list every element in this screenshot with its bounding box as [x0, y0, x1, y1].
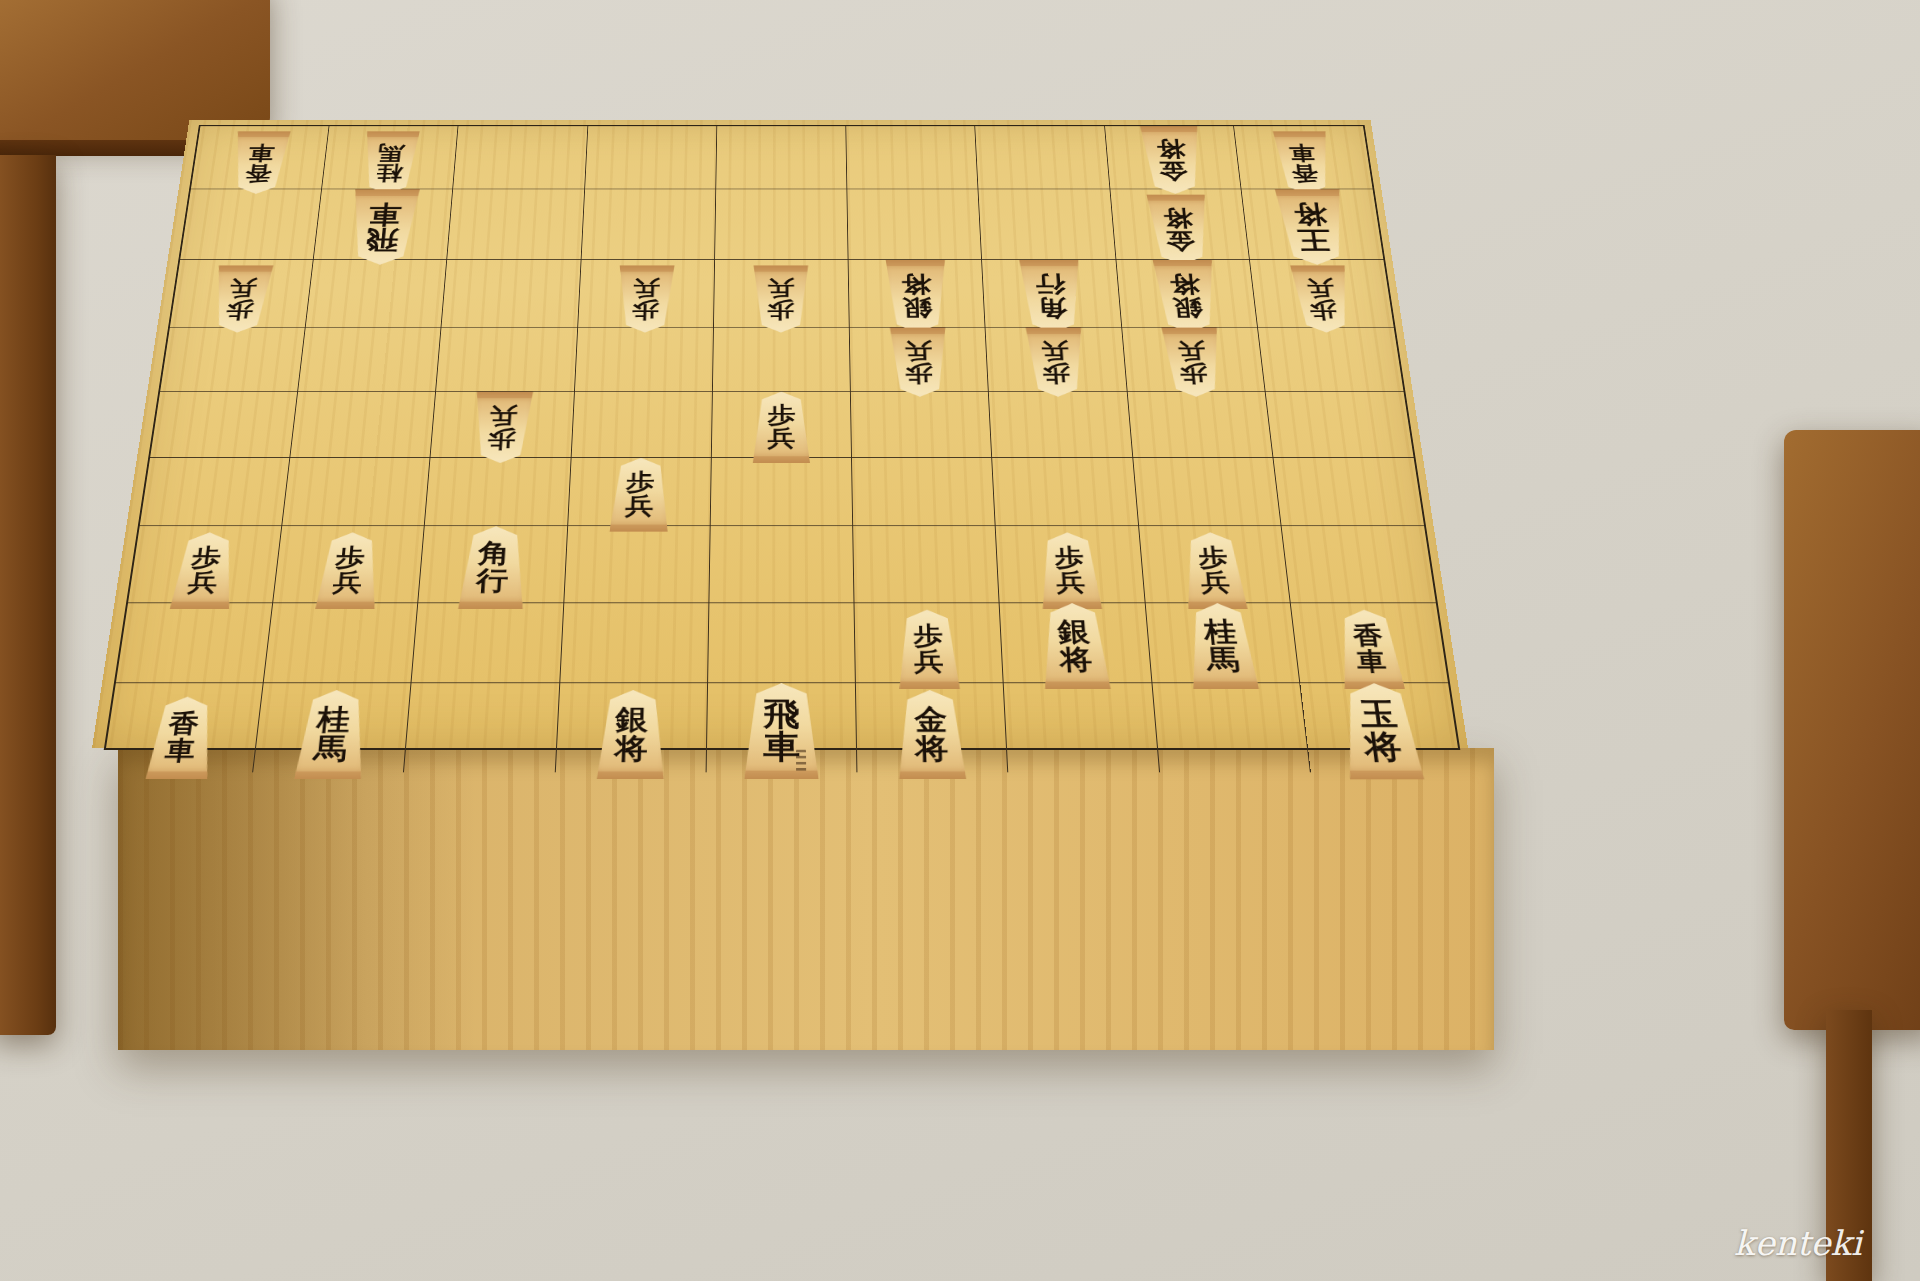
square-4c[interactable]: 銀将 — [849, 260, 986, 328]
square-8d[interactable] — [298, 328, 442, 392]
square-6a[interactable] — [585, 126, 717, 189]
piece-kanji-top: 銀 — [1171, 296, 1203, 320]
square-1h[interactable]: 香車 — [1291, 603, 1449, 683]
piece-kanji-top: 香 — [1351, 624, 1384, 649]
piece-kanji-top: 飛 — [763, 699, 800, 731]
piece-kanji-bottom: 兵 — [1041, 340, 1070, 362]
square-9d[interactable] — [160, 328, 306, 392]
piece-kanji-bottom: 馬 — [313, 734, 349, 763]
piece-歩兵-6f-sente[interactable]: 歩兵 — [606, 458, 673, 532]
piece-kanji-top: 金 — [1158, 160, 1189, 182]
square-7f[interactable] — [425, 458, 571, 526]
piece-kanji-top: 歩 — [1042, 362, 1071, 384]
square-5a[interactable] — [716, 126, 847, 189]
piece-kanji-bottom: 車 — [367, 201, 402, 226]
piece-歩兵-4h-sente[interactable]: 歩兵 — [894, 610, 963, 689]
photographer-watermark: kenteki — [1734, 1223, 1862, 1263]
piece-kanji-top: 桂 — [375, 162, 403, 182]
square-3a[interactable] — [975, 126, 1110, 189]
square-7b[interactable] — [448, 189, 585, 260]
piece-kanji-top: 香 — [244, 162, 273, 182]
square-7a[interactable] — [453, 126, 587, 189]
piece-歩兵-2d-gote[interactable]: 歩兵 — [1159, 328, 1228, 397]
piece-kanji-top: 香 — [167, 711, 200, 737]
square-1a[interactable]: 香車 — [1234, 126, 1373, 189]
piece-kanji-bottom: 兵 — [187, 570, 219, 595]
square-2f[interactable] — [1133, 458, 1282, 526]
piece-kanji-top: 歩 — [626, 471, 655, 494]
square-6e[interactable] — [571, 392, 712, 458]
piece-歩兵-1c-gote[interactable]: 歩兵 — [1287, 265, 1357, 332]
square-3g[interactable]: 歩兵 — [996, 526, 1145, 603]
piece-kanji-bottom: 車 — [247, 143, 276, 163]
piece-飛車-8b-gote[interactable]: 飛車 — [343, 189, 423, 264]
square-7i[interactable] — [404, 683, 560, 772]
piece-kanji-top: 銀 — [901, 296, 932, 320]
piece-kanji-top: 歩 — [913, 624, 943, 649]
piece-香車-9a-gote[interactable]: 香車 — [226, 131, 293, 194]
piece-香車-1h-sente[interactable]: 香車 — [1331, 610, 1408, 689]
square-8g[interactable]: 歩兵 — [273, 526, 425, 603]
square-1b[interactable]: 王将 — [1241, 189, 1383, 260]
square-5i[interactable]: 飛車 — [706, 683, 857, 772]
square-6d[interactable] — [575, 328, 714, 392]
piece-歩兵-3g-sente[interactable]: 歩兵 — [1035, 532, 1105, 609]
square-4a[interactable] — [846, 126, 978, 189]
piece-kanji-bottom: 車 — [1355, 649, 1388, 674]
square-5e[interactable]: 歩兵 — [712, 392, 852, 458]
piece-kanji-top: 歩 — [1179, 362, 1209, 384]
piece-kanji-top: 歩 — [1308, 299, 1338, 320]
piece-歩兵-4d-gote[interactable]: 歩兵 — [887, 328, 951, 397]
square-6b[interactable] — [581, 189, 716, 260]
piece-歩兵-5e-sente[interactable]: 歩兵 — [750, 392, 814, 463]
piece-kanji-top: 歩 — [190, 546, 222, 570]
piece-kanji-bottom: 将 — [1169, 273, 1201, 296]
square-5b[interactable] — [715, 189, 849, 260]
square-2i[interactable] — [1152, 683, 1311, 772]
square-4e[interactable] — [851, 392, 993, 458]
square-1f[interactable] — [1273, 458, 1424, 526]
piece-kanji-bottom: 馬 — [1206, 646, 1241, 674]
piece-kanji-bottom: 将 — [1292, 201, 1328, 226]
piece-kanji-bottom: 車 — [163, 738, 197, 764]
square-6g[interactable] — [564, 526, 711, 603]
piece-kanji-bottom: 車 — [763, 731, 800, 764]
square-5c[interactable]: 歩兵 — [714, 260, 850, 328]
piece-kanji-top: 飛 — [365, 227, 400, 253]
square-9e[interactable] — [150, 392, 298, 458]
piece-kanji-bottom: 将 — [1362, 731, 1403, 764]
piece-歩兵-7e-gote[interactable]: 歩兵 — [468, 392, 536, 463]
piece-kanji-top: 桂 — [316, 705, 352, 734]
piece-玉将-1i-sente[interactable]: 玉将 — [1334, 683, 1429, 779]
piece-金将-2b-gote[interactable]: 金将 — [1143, 195, 1216, 265]
square-4d[interactable]: 歩兵 — [850, 328, 989, 392]
piece-kanji-bottom: 将 — [614, 734, 648, 763]
piece-kanji-bottom: 将 — [1163, 207, 1194, 230]
square-9g[interactable]: 歩兵 — [128, 526, 282, 603]
piece-kanji-top: 玉 — [1358, 699, 1399, 731]
square-4b[interactable] — [847, 189, 982, 260]
piece-銀将-3h-sente[interactable]: 銀将 — [1036, 603, 1114, 689]
square-1d[interactable] — [1258, 328, 1404, 392]
maker-signature — [796, 750, 806, 773]
piece-kanji-top: 角 — [1036, 296, 1067, 320]
piece-王将-1b-gote[interactable]: 王将 — [1271, 189, 1354, 264]
square-8h[interactable] — [264, 603, 419, 683]
square-7c[interactable] — [442, 260, 581, 328]
square-2b[interactable]: 金将 — [1110, 189, 1250, 260]
board-grid: 香車桂馬金将香車飛車金将王将歩兵歩兵歩兵銀将角行銀将歩兵歩兵歩兵歩兵歩兵歩兵歩兵… — [104, 125, 1461, 750]
square-9i[interactable]: 香車 — [102, 683, 264, 772]
square-2c[interactable]: 銀将 — [1116, 260, 1258, 328]
piece-歩兵-9c-gote[interactable]: 歩兵 — [206, 265, 276, 332]
square-2g[interactable]: 歩兵 — [1139, 526, 1291, 603]
square-3e[interactable] — [989, 392, 1133, 458]
piece-kanji-top: 歩 — [905, 362, 933, 384]
square-2d[interactable]: 歩兵 — [1122, 328, 1266, 392]
piece-kanji-bottom: 将 — [915, 734, 949, 763]
piece-kanji-bottom: 馬 — [377, 143, 405, 163]
piece-金将-4i-sente[interactable]: 金将 — [893, 690, 970, 779]
right-side-table — [1784, 430, 1920, 1030]
piece-kanji-top: 桂 — [1203, 618, 1238, 646]
piece-kanji-top: 歩 — [487, 427, 516, 450]
square-8f[interactable] — [282, 458, 430, 526]
piece-kanji-bottom: 兵 — [1177, 340, 1207, 362]
piece-金将-2a-gote[interactable]: 金将 — [1137, 126, 1208, 194]
square-2e[interactable] — [1127, 392, 1273, 458]
square-1i[interactable]: 玉将 — [1300, 683, 1462, 772]
piece-kanji-top: 金 — [914, 705, 948, 734]
piece-香車-9i-sente[interactable]: 香車 — [142, 697, 221, 780]
piece-kanji-bottom: 車 — [1288, 143, 1317, 163]
piece-角行-3c-gote[interactable]: 角行 — [1016, 260, 1087, 333]
square-7d[interactable] — [436, 328, 577, 392]
piece-飛車-5i-sente[interactable]: 飛車 — [740, 683, 823, 779]
square-1e[interactable] — [1265, 392, 1413, 458]
square-1c[interactable]: 歩兵 — [1250, 260, 1394, 328]
piece-kanji-bottom: 兵 — [1306, 277, 1336, 298]
piece-歩兵-2g-sente[interactable]: 歩兵 — [1178, 532, 1251, 609]
square-2h[interactable]: 桂馬 — [1145, 603, 1300, 683]
square-8a[interactable]: 桂馬 — [322, 126, 459, 189]
square-4f[interactable] — [852, 458, 996, 526]
square-3f[interactable] — [992, 458, 1138, 526]
square-3i[interactable] — [1004, 683, 1160, 772]
piece-kanji-top: 銀 — [1057, 618, 1091, 646]
piece-kanji-bottom: 将 — [901, 273, 931, 296]
piece-歩兵-5c-gote[interactable]: 歩兵 — [751, 265, 813, 332]
square-9h[interactable] — [116, 603, 273, 683]
shogi-board[interactable]: 香車桂馬金将香車飛車金将王将歩兵歩兵歩兵銀将角行銀将歩兵歩兵歩兵歩兵歩兵歩兵歩兵… — [92, 120, 1468, 748]
piece-kanji-top: 歩 — [768, 299, 795, 320]
board-side-face — [118, 748, 1494, 1050]
square-6f[interactable]: 歩兵 — [568, 458, 712, 526]
piece-桂馬-2h-sente[interactable]: 桂馬 — [1182, 603, 1263, 689]
square-3h[interactable]: 銀将 — [1000, 603, 1152, 683]
piece-銀将-2c-gote[interactable]: 銀将 — [1149, 260, 1223, 333]
square-6i[interactable]: 銀将 — [555, 683, 708, 772]
piece-銀将-4c-gote[interactable]: 銀将 — [882, 260, 951, 333]
square-9c[interactable]: 歩兵 — [170, 260, 314, 328]
piece-kanji-bottom: 兵 — [1200, 570, 1231, 595]
square-9f[interactable] — [140, 458, 291, 526]
square-2a[interactable]: 金将 — [1105, 126, 1242, 189]
piece-kanji-bottom: 行 — [475, 567, 509, 594]
piece-kanji-bottom: 兵 — [625, 494, 654, 518]
piece-kanji-top: 歩 — [225, 299, 255, 320]
piece-kanji-top: 歩 — [334, 546, 365, 570]
piece-kanji-bottom: 兵 — [914, 649, 944, 674]
square-4i[interactable]: 金将 — [856, 683, 1009, 772]
square-8c[interactable] — [306, 260, 448, 328]
square-9b[interactable] — [180, 189, 322, 260]
piece-kanji-bottom: 兵 — [332, 570, 363, 595]
square-7g[interactable]: 角行 — [419, 526, 568, 603]
piece-kanji-bottom: 将 — [1156, 138, 1187, 160]
piece-kanji-top: 歩 — [632, 299, 660, 320]
piece-kanji-top: 角 — [477, 541, 510, 568]
left-side-table-leg — [0, 155, 56, 1035]
piece-歩兵-6c-gote[interactable]: 歩兵 — [614, 265, 677, 332]
piece-kanji-top: 銀 — [615, 705, 649, 734]
piece-桂馬-8a-gote[interactable]: 桂馬 — [357, 131, 422, 194]
square-8e[interactable] — [290, 392, 436, 458]
board-scene: 香車桂馬金将香車飛車金将王将歩兵歩兵歩兵銀将角行銀将歩兵歩兵歩兵歩兵歩兵歩兵歩兵… — [78, 0, 1482, 1281]
square-4g[interactable] — [853, 526, 1000, 603]
square-1g[interactable] — [1281, 526, 1436, 603]
square-3d[interactable]: 歩兵 — [986, 328, 1127, 392]
square-8b[interactable]: 飛車 — [314, 189, 454, 260]
square-7e[interactable]: 歩兵 — [431, 392, 575, 458]
piece-銀将-6i-sente[interactable]: 銀将 — [593, 690, 670, 779]
piece-kanji-bottom: 兵 — [767, 427, 795, 450]
piece-kanji-top: 歩 — [767, 404, 795, 427]
piece-kanji-top: 王 — [1296, 227, 1332, 253]
piece-角行-7g-sente[interactable]: 角行 — [455, 526, 532, 609]
square-4h[interactable]: 歩兵 — [855, 603, 1004, 683]
square-3b[interactable] — [979, 189, 1116, 260]
piece-香車-1a-gote[interactable]: 香車 — [1270, 131, 1338, 194]
piece-kanji-bottom: 兵 — [768, 277, 795, 298]
piece-歩兵-9g-sente[interactable]: 歩兵 — [166, 532, 242, 609]
piece-kanji-bottom: 兵 — [228, 277, 258, 298]
piece-kanji-bottom: 将 — [1059, 646, 1093, 674]
piece-kanji-bottom: 兵 — [904, 340, 932, 362]
square-7h[interactable] — [412, 603, 564, 683]
square-5f[interactable] — [711, 458, 854, 526]
piece-桂馬-8i-sente[interactable]: 桂馬 — [290, 690, 373, 779]
piece-kanji-top: 金 — [1165, 229, 1197, 252]
piece-kanji-top: 歩 — [1197, 546, 1228, 570]
square-5d[interactable] — [713, 328, 851, 392]
square-9a[interactable]: 香車 — [191, 126, 330, 189]
square-5g[interactable] — [709, 526, 854, 603]
piece-歩兵-3d-gote[interactable]: 歩兵 — [1023, 328, 1090, 397]
square-6h[interactable] — [560, 603, 709, 683]
square-3c[interactable]: 角行 — [982, 260, 1121, 328]
square-5h[interactable] — [708, 603, 856, 683]
piece-歩兵-8g-sente[interactable]: 歩兵 — [312, 532, 385, 609]
square-8i[interactable]: 桂馬 — [253, 683, 412, 772]
piece-kanji-bottom: 兵 — [1055, 570, 1086, 595]
piece-kanji-bottom: 兵 — [489, 404, 518, 427]
piece-kanji-top: 香 — [1290, 162, 1319, 182]
square-6c[interactable]: 歩兵 — [578, 260, 715, 328]
piece-kanji-bottom: 行 — [1035, 273, 1066, 296]
piece-kanji-top: 歩 — [1054, 546, 1084, 570]
piece-kanji-bottom: 兵 — [633, 277, 661, 298]
